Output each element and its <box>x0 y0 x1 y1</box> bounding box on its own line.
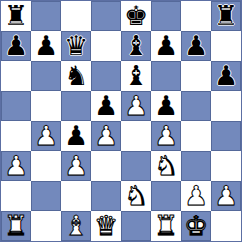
square-g4[interactable] <box>181 121 211 151</box>
square-b8[interactable] <box>31 1 61 31</box>
square-f2[interactable] <box>151 181 181 211</box>
white-knight[interactable]: ♞ <box>124 181 148 211</box>
square-e6[interactable]: ♝ <box>121 61 151 91</box>
square-d8[interactable] <box>91 1 121 31</box>
square-g8[interactable] <box>181 1 211 31</box>
square-c5[interactable] <box>61 91 91 121</box>
square-e8[interactable]: ♚ <box>121 1 151 31</box>
square-c8[interactable] <box>61 1 91 31</box>
white-knight[interactable]: ♞ <box>154 151 178 181</box>
square-e1[interactable] <box>121 211 151 241</box>
square-b7[interactable]: ♟ <box>31 31 61 61</box>
square-a1[interactable]: ♜ <box>1 211 31 241</box>
square-d2[interactable] <box>91 181 121 211</box>
black-rook[interactable]: ♜ <box>4 1 28 31</box>
white-pawn[interactable]: ♟ <box>94 121 118 151</box>
square-g5[interactable] <box>181 91 211 121</box>
square-c1[interactable]: ♝ <box>61 211 91 241</box>
square-a4[interactable] <box>1 121 31 151</box>
square-e7[interactable]: ♝ <box>121 31 151 61</box>
square-h8[interactable]: ♜ <box>211 1 241 31</box>
white-pawn[interactable]: ♟ <box>4 151 28 181</box>
square-c3[interactable]: ♟ <box>61 151 91 181</box>
square-c2[interactable] <box>61 181 91 211</box>
black-pawn[interactable]: ♟ <box>34 31 58 61</box>
square-a2[interactable] <box>1 181 31 211</box>
square-f3[interactable]: ♞ <box>151 151 181 181</box>
square-h1[interactable] <box>211 211 241 241</box>
square-d7[interactable] <box>91 31 121 61</box>
square-b2[interactable] <box>31 181 61 211</box>
square-d3[interactable] <box>91 151 121 181</box>
black-pawn[interactable]: ♟ <box>154 91 178 121</box>
square-g2[interactable]: ♟ <box>181 181 211 211</box>
square-a8[interactable]: ♜ <box>1 1 31 31</box>
white-king[interactable]: ♚ <box>184 211 208 241</box>
black-bishop[interactable]: ♝ <box>124 61 148 91</box>
square-g3[interactable] <box>181 151 211 181</box>
white-pawn[interactable]: ♟ <box>124 91 148 121</box>
square-b4[interactable]: ♟ <box>31 121 61 151</box>
black-pawn[interactable]: ♟ <box>4 31 28 61</box>
square-a6[interactable] <box>1 61 31 91</box>
square-c6[interactable]: ♞ <box>61 61 91 91</box>
square-h6[interactable]: ♟ <box>211 61 241 91</box>
square-a3[interactable]: ♟ <box>1 151 31 181</box>
white-pawn[interactable]: ♟ <box>34 121 58 151</box>
black-pawn[interactable]: ♟ <box>94 91 118 121</box>
square-b3[interactable] <box>31 151 61 181</box>
square-b6[interactable] <box>31 61 61 91</box>
square-b1[interactable] <box>31 211 61 241</box>
square-f4[interactable]: ♟ <box>151 121 181 151</box>
white-pawn[interactable]: ♟ <box>184 181 208 211</box>
square-h5[interactable] <box>211 91 241 121</box>
square-d1[interactable]: ♛ <box>91 211 121 241</box>
black-knight[interactable]: ♞ <box>64 61 88 91</box>
white-bishop[interactable]: ♝ <box>64 211 88 241</box>
black-queen[interactable]: ♛ <box>64 31 88 61</box>
square-g1[interactable]: ♚ <box>181 211 211 241</box>
square-e3[interactable] <box>121 151 151 181</box>
square-a7[interactable]: ♟ <box>1 31 31 61</box>
white-pawn[interactable]: ♟ <box>214 181 238 211</box>
square-a5[interactable] <box>1 91 31 121</box>
square-b5[interactable] <box>31 91 61 121</box>
square-h3[interactable] <box>211 151 241 181</box>
square-h2[interactable]: ♟ <box>211 181 241 211</box>
square-f7[interactable]: ♟ <box>151 31 181 61</box>
black-pawn[interactable]: ♟ <box>64 121 88 151</box>
square-d6[interactable] <box>91 61 121 91</box>
white-rook[interactable]: ♜ <box>154 211 178 241</box>
white-pawn[interactable]: ♟ <box>154 121 178 151</box>
black-pawn[interactable]: ♟ <box>184 31 208 61</box>
square-e5[interactable]: ♟ <box>121 91 151 121</box>
square-g7[interactable]: ♟ <box>181 31 211 61</box>
black-pawn[interactable]: ♟ <box>154 31 178 61</box>
black-rook[interactable]: ♜ <box>214 1 238 31</box>
black-king[interactable]: ♚ <box>124 1 148 31</box>
square-g6[interactable] <box>181 61 211 91</box>
square-f6[interactable] <box>151 61 181 91</box>
square-f1[interactable]: ♜ <box>151 211 181 241</box>
square-f8[interactable] <box>151 1 181 31</box>
white-queen[interactable]: ♛ <box>94 211 118 241</box>
square-e4[interactable] <box>121 121 151 151</box>
black-pawn[interactable]: ♟ <box>214 61 238 91</box>
square-e2[interactable]: ♞ <box>121 181 151 211</box>
white-pawn[interactable]: ♟ <box>64 151 88 181</box>
white-rook[interactable]: ♜ <box>4 211 28 241</box>
square-c4[interactable]: ♟ <box>61 121 91 151</box>
black-bishop[interactable]: ♝ <box>124 31 148 61</box>
square-c7[interactable]: ♛ <box>61 31 91 61</box>
chess-board: ♜♚♜♟♟♛♝♟♟♞♝♟♟♟♟♟♟♟♟♟♟♞♞♟♟♜♝♛♜♚ <box>0 0 242 242</box>
square-d4[interactable]: ♟ <box>91 121 121 151</box>
square-f5[interactable]: ♟ <box>151 91 181 121</box>
square-h7[interactable] <box>211 31 241 61</box>
square-d5[interactable]: ♟ <box>91 91 121 121</box>
square-h4[interactable] <box>211 121 241 151</box>
